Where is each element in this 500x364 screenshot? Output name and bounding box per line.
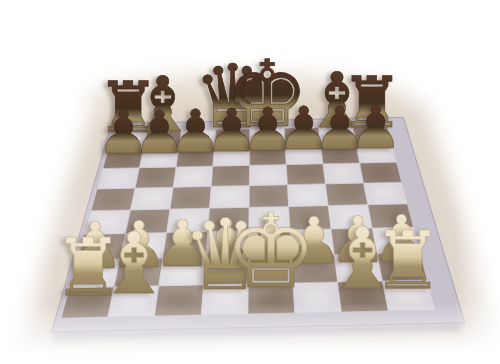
piece-black-pawn-h7[interactable]: ♟: [349, 98, 402, 157]
chess-scene: ♜♝♛♚♝♜♟♟♟♟♟♟♟♟♟♟♟♟♟♟♟♟♜♝♛♚♝♜: [0, 0, 500, 364]
piece-white-bishop-b1[interactable]: ♝: [96, 221, 172, 306]
pieces-layer: ♜♝♛♚♝♜♟♟♟♟♟♟♟♟♟♟♟♟♟♟♟♟♜♝♛♚♝♜: [0, 0, 500, 364]
piece-white-king-e1[interactable]: ♚: [225, 200, 317, 303]
piece-white-rook-h1[interactable]: ♜: [373, 221, 444, 300]
